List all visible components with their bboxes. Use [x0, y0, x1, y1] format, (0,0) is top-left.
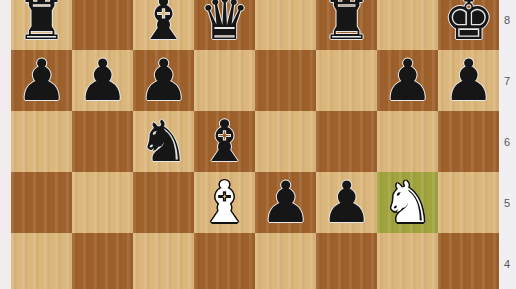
black-pawn-e5: ♟: [255, 172, 316, 233]
rank-label-8: 8: [504, 14, 510, 26]
black-queen-d8: ♛: [194, 0, 255, 50]
square-e8[interactable]: [255, 0, 316, 50]
square-g5[interactable]: ♞: [377, 172, 438, 233]
square-c5[interactable]: [133, 172, 194, 233]
square-e6[interactable]: [255, 111, 316, 172]
rank-label-7: 7: [504, 75, 510, 87]
black-knight-c6: ♞: [133, 111, 194, 172]
square-h5[interactable]: [438, 172, 499, 233]
square-c8[interactable]: ♝: [133, 0, 194, 50]
rank-label-5: 5: [504, 197, 510, 209]
square-e7[interactable]: [255, 50, 316, 111]
rank-label-6: 6: [504, 136, 510, 148]
square-h4[interactable]: [438, 233, 499, 289]
square-a6[interactable]: [11, 111, 72, 172]
square-d6[interactable]: ♝: [194, 111, 255, 172]
square-c7[interactable]: ♟: [133, 50, 194, 111]
square-f8[interactable]: ♜: [316, 0, 377, 50]
square-c6[interactable]: ♞: [133, 111, 194, 172]
square-d7[interactable]: [194, 50, 255, 111]
black-bishop-d6: ♝: [194, 111, 255, 172]
square-f5[interactable]: ♟: [316, 172, 377, 233]
chess-board[interactable]: ♜♝♛♜♚♟♟♟♟♟♞♝♝♟♟♞: [11, 0, 499, 289]
black-pawn-f5: ♟: [316, 172, 377, 233]
square-e5[interactable]: ♟: [255, 172, 316, 233]
chess-app-screenshot: ♜♝♛♜♚♟♟♟♟♟♞♝♝♟♟♞ 87654: [0, 0, 516, 289]
square-a7[interactable]: ♟: [11, 50, 72, 111]
square-a8[interactable]: ♜: [11, 0, 72, 50]
black-rook-a8: ♜: [11, 0, 72, 50]
black-king-h8: ♚: [438, 0, 499, 50]
square-a5[interactable]: [11, 172, 72, 233]
rank-label-4: 4: [504, 258, 510, 270]
square-e4[interactable]: [255, 233, 316, 289]
square-b5[interactable]: [72, 172, 133, 233]
black-pawn-h7: ♟: [438, 50, 499, 111]
square-f4[interactable]: [316, 233, 377, 289]
square-g8[interactable]: [377, 0, 438, 50]
square-d4[interactable]: [194, 233, 255, 289]
square-b8[interactable]: [72, 0, 133, 50]
left-margin: [0, 0, 11, 289]
white-knight-g5: ♞: [377, 172, 438, 233]
square-h7[interactable]: ♟: [438, 50, 499, 111]
square-g6[interactable]: [377, 111, 438, 172]
black-rook-f8: ♜: [316, 0, 377, 50]
black-pawn-g7: ♟: [377, 50, 438, 111]
square-d5[interactable]: ♝: [194, 172, 255, 233]
black-pawn-c7: ♟: [133, 50, 194, 111]
square-b7[interactable]: ♟: [72, 50, 133, 111]
square-g4[interactable]: [377, 233, 438, 289]
square-d8[interactable]: ♛: [194, 0, 255, 50]
square-b6[interactable]: [72, 111, 133, 172]
square-f7[interactable]: [316, 50, 377, 111]
square-g7[interactable]: ♟: [377, 50, 438, 111]
square-b4[interactable]: [72, 233, 133, 289]
white-bishop-d5: ♝: [194, 172, 255, 233]
black-pawn-b7: ♟: [72, 50, 133, 111]
square-a4[interactable]: [11, 233, 72, 289]
square-h6[interactable]: [438, 111, 499, 172]
black-pawn-a7: ♟: [11, 50, 72, 111]
rank-labels-gutter: 87654: [499, 0, 516, 289]
black-bishop-c8: ♝: [133, 0, 194, 50]
square-f6[interactable]: [316, 111, 377, 172]
square-c4[interactable]: [133, 233, 194, 289]
square-h8[interactable]: ♚: [438, 0, 499, 50]
